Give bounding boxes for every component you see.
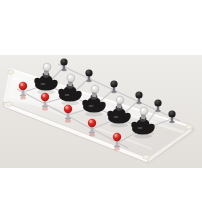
terminal-cap — [85, 69, 92, 76]
terminal-reflection — [114, 147, 120, 150]
holder-glint — [88, 105, 93, 107]
cap-highlight — [21, 83, 23, 85]
terminal-cap — [154, 99, 161, 106]
holder-glint — [113, 116, 118, 118]
terminal-cap — [19, 82, 27, 90]
terminal-reflection — [42, 107, 48, 110]
cap-highlight — [115, 134, 117, 136]
holder-glint — [137, 127, 142, 129]
cap-highlight — [90, 120, 92, 122]
corner-foot-1 — [8, 70, 14, 74]
terminal-reflection — [89, 133, 95, 136]
corner-foot-2 — [186, 125, 192, 129]
cap-highlight — [43, 94, 45, 96]
corner-foot-3 — [143, 155, 149, 159]
terminal-cap — [88, 119, 96, 127]
cap-highlight — [66, 106, 68, 108]
terminal-cap — [64, 105, 72, 113]
corner-foot-4 — [6, 102, 12, 106]
product-photo — [0, 0, 202, 224]
terminal-cap — [60, 58, 67, 65]
terminal-reflection — [65, 119, 71, 122]
terminal-reflection — [20, 96, 26, 99]
holder-glint — [40, 83, 45, 85]
terminal-cap — [135, 91, 142, 98]
terminal-cap — [41, 93, 49, 101]
lamp-board-scene — [0, 0, 202, 224]
terminal-cap — [110, 80, 117, 87]
terminal-cap — [168, 110, 175, 117]
holder-glint — [64, 94, 69, 96]
terminal-cap — [113, 133, 121, 141]
